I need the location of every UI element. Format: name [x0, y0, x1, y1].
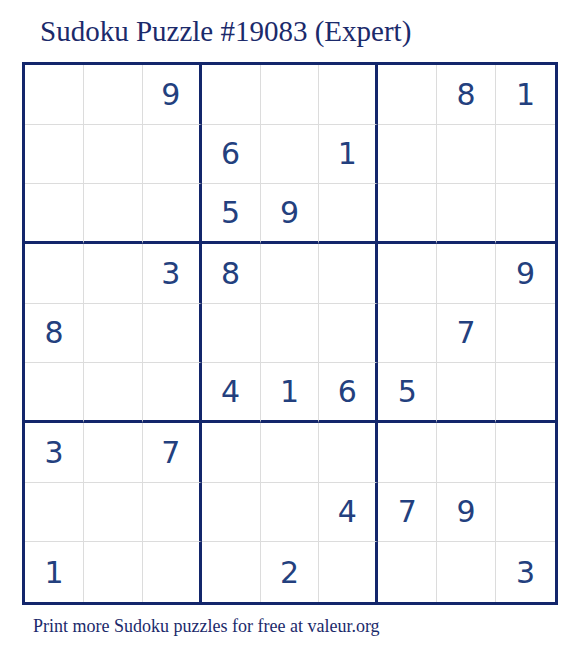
sudoku-cell-r2c6: 1 [319, 125, 378, 185]
sudoku-cell-r9c8 [437, 542, 496, 602]
sudoku-cell-r1c2 [84, 65, 143, 125]
sudoku-cell-r4c8 [437, 244, 496, 304]
sudoku-cell-r8c7: 7 [378, 483, 437, 543]
sudoku-cell-r8c8: 9 [437, 483, 496, 543]
sudoku-cell-r9c9: 3 [496, 542, 555, 602]
sudoku-cell-r7c9 [496, 423, 555, 483]
footer-text: Print more Sudoku puzzles for free at va… [33, 614, 380, 638]
sudoku-cell-r3c6 [319, 184, 378, 244]
sudoku-cell-r5c2 [84, 304, 143, 364]
sudoku-cell-r3c2 [84, 184, 143, 244]
sudoku-cell-r3c5: 9 [261, 184, 320, 244]
sudoku-cell-r9c6 [319, 542, 378, 602]
sudoku-cell-r1c6 [319, 65, 378, 125]
sudoku-cell-r8c5 [261, 483, 320, 543]
sudoku-cell-r2c5 [261, 125, 320, 185]
sudoku-cell-r7c4 [202, 423, 261, 483]
sudoku-cell-r5c3 [143, 304, 202, 364]
sudoku-cell-r5c9 [496, 304, 555, 364]
sudoku-cell-r9c2 [84, 542, 143, 602]
sudoku-cell-r1c4 [202, 65, 261, 125]
sudoku-cell-r6c1 [25, 363, 84, 423]
sudoku-cell-r8c6: 4 [319, 483, 378, 543]
sudoku-cell-r7c3: 7 [143, 423, 202, 483]
sudoku-cell-r6c3 [143, 363, 202, 423]
sudoku-cell-r3c4: 5 [202, 184, 261, 244]
sudoku-page: Sudoku Puzzle #19083 (Expert) 9816159389… [0, 0, 580, 651]
sudoku-cell-r2c2 [84, 125, 143, 185]
sudoku-cell-r4c3: 3 [143, 244, 202, 304]
sudoku-cell-r6c8 [437, 363, 496, 423]
sudoku-cell-r7c8 [437, 423, 496, 483]
sudoku-cell-r3c9 [496, 184, 555, 244]
sudoku-cell-r5c4 [202, 304, 261, 364]
sudoku-cell-r6c2 [84, 363, 143, 423]
sudoku-cell-r2c8 [437, 125, 496, 185]
sudoku-cell-r5c7 [378, 304, 437, 364]
sudoku-cell-r4c9: 9 [496, 244, 555, 304]
sudoku-cell-r4c4: 8 [202, 244, 261, 304]
sudoku-cell-r5c8: 7 [437, 304, 496, 364]
sudoku-cell-r4c1 [25, 244, 84, 304]
sudoku-cell-r2c7 [378, 125, 437, 185]
sudoku-cell-r8c2 [84, 483, 143, 543]
sudoku-cell-r2c1 [25, 125, 84, 185]
page-title: Sudoku Puzzle #19083 (Expert) [40, 14, 411, 48]
sudoku-cell-r3c3 [143, 184, 202, 244]
sudoku-cell-r1c1 [25, 65, 84, 125]
sudoku-cell-r7c5 [261, 423, 320, 483]
sudoku-cell-r1c7 [378, 65, 437, 125]
sudoku-cell-r7c1: 3 [25, 423, 84, 483]
sudoku-cell-r1c5 [261, 65, 320, 125]
sudoku-cell-r4c6 [319, 244, 378, 304]
sudoku-cell-r7c2 [84, 423, 143, 483]
sudoku-cell-r5c6 [319, 304, 378, 364]
sudoku-cell-r3c7 [378, 184, 437, 244]
sudoku-cell-r6c9 [496, 363, 555, 423]
sudoku-cell-r9c1: 1 [25, 542, 84, 602]
sudoku-cell-r9c5: 2 [261, 542, 320, 602]
sudoku-cell-r2c9 [496, 125, 555, 185]
sudoku-cell-r4c2 [84, 244, 143, 304]
sudoku-cell-r1c3: 9 [143, 65, 202, 125]
sudoku-cell-r7c7 [378, 423, 437, 483]
sudoku-cell-r7c6 [319, 423, 378, 483]
sudoku-cell-r5c1: 8 [25, 304, 84, 364]
sudoku-cell-r6c6: 6 [319, 363, 378, 423]
sudoku-cell-r5c5 [261, 304, 320, 364]
sudoku-cell-r8c1 [25, 483, 84, 543]
sudoku-cell-r2c3 [143, 125, 202, 185]
sudoku-cell-r3c8 [437, 184, 496, 244]
sudoku-cell-r4c5 [261, 244, 320, 304]
sudoku-cell-r6c4: 4 [202, 363, 261, 423]
sudoku-cell-r6c7: 5 [378, 363, 437, 423]
sudoku-cell-r1c9: 1 [496, 65, 555, 125]
sudoku-cell-r1c8: 8 [437, 65, 496, 125]
sudoku-cell-r2c4: 6 [202, 125, 261, 185]
sudoku-cell-r9c4 [202, 542, 261, 602]
sudoku-cell-r9c7 [378, 542, 437, 602]
sudoku-cell-r6c5: 1 [261, 363, 320, 423]
sudoku-cell-r8c3 [143, 483, 202, 543]
sudoku-board: 981615938987416537479123 [22, 62, 558, 605]
sudoku-cell-r8c4 [202, 483, 261, 543]
sudoku-cell-r8c9 [496, 483, 555, 543]
sudoku-cell-r3c1 [25, 184, 84, 244]
sudoku-cell-r9c3 [143, 542, 202, 602]
sudoku-cell-r4c7 [378, 244, 437, 304]
